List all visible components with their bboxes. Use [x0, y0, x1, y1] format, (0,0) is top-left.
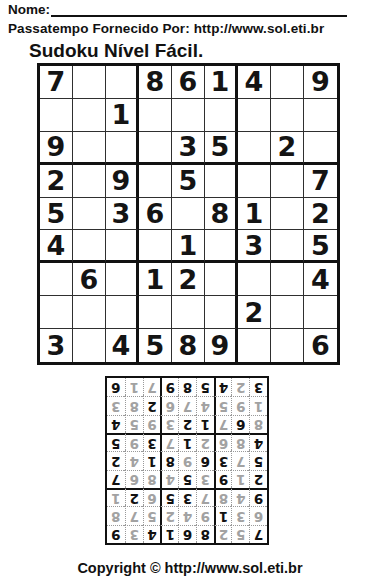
solution-cell-r2c3: 1: [214, 506, 232, 524]
puzzle-cell-r4c3[interactable]: 9: [106, 165, 139, 198]
sudoku-worksheet-page: Nome: Passatempo Fornecido Por: http://w…: [0, 0, 380, 585]
solution-cell-r8c8: 8: [125, 396, 143, 414]
puzzle-cell-r7c2[interactable]: 6: [73, 263, 106, 296]
puzzle-cell-r2c2[interactable]: [73, 99, 106, 132]
puzzle-cell-r6c5[interactable]: 1: [172, 230, 205, 263]
solution-cell-r1c7: 4: [143, 525, 161, 543]
puzzle-cell-r8c9[interactable]: [304, 296, 337, 329]
solution-cell-r9c3: 4: [214, 378, 232, 396]
puzzle-cell-r8c3[interactable]: [106, 296, 139, 329]
puzzle-cell-r8c6[interactable]: [205, 296, 238, 329]
solution-cell-r2c8: 7: [125, 506, 143, 524]
puzzle-cell-r8c5[interactable]: [172, 296, 205, 329]
puzzle-cell-r6c6[interactable]: [205, 230, 238, 263]
solution-cell-r4c5: 5: [178, 470, 196, 488]
copyright-text: Copyright © http://www.sol.eti.br: [0, 560, 380, 576]
puzzle-cell-r5c8[interactable]: [271, 198, 304, 231]
solution-cell-r1c5: 6: [178, 525, 196, 543]
puzzle-cell-r2c1[interactable]: [40, 99, 73, 132]
solution-cell-r3c1: 9: [249, 488, 267, 506]
solution-cell-r8c5: 7: [178, 396, 196, 414]
name-fill-line[interactable]: [51, 2, 347, 17]
puzzle-cell-r9c7[interactable]: [238, 329, 271, 362]
puzzle-cell-r6c2[interactable]: [73, 230, 106, 263]
puzzle-cell-r9c3[interactable]: 4: [106, 329, 139, 362]
solution-cell-r7c3: 7: [214, 415, 232, 433]
solution-cell-r1c1: 7: [249, 525, 267, 543]
solution-cell-r6c7: 3: [143, 433, 161, 451]
puzzle-cell-r9c1[interactable]: 3: [40, 329, 73, 362]
solution-cell-r7c5: 2: [178, 415, 196, 433]
puzzle-cell-r4c9[interactable]: 7: [304, 165, 337, 198]
puzzle-cell-r6c1[interactable]: 4: [40, 230, 73, 263]
puzzle-cell-r7c9[interactable]: 4: [304, 263, 337, 296]
puzzle-cell-r5c2[interactable]: [73, 198, 106, 231]
solution-cell-r4c1: 2: [249, 470, 267, 488]
puzzle-cell-r8c1[interactable]: [40, 296, 73, 329]
solution-cell-r8c9: 3: [107, 396, 125, 414]
solution-cell-r6c9: 5: [107, 433, 125, 451]
puzzle-cell-r3c6[interactable]: 5: [205, 132, 238, 165]
solution-cell-r5c8: 4: [125, 451, 143, 469]
puzzle-cell-r5c9[interactable]: 2: [304, 198, 337, 231]
solution-cell-r8c1: 1: [249, 396, 267, 414]
puzzle-cell-r6c7[interactable]: 3: [238, 230, 271, 263]
puzzle-cell-r3c4[interactable]: [139, 132, 172, 165]
solution-cell-r5c3: 3: [214, 451, 232, 469]
solution-cell-r2c2: 3: [231, 506, 249, 524]
puzzle-cell-r1c5[interactable]: 6: [172, 66, 205, 99]
solution-cell-r6c2: 8: [231, 433, 249, 451]
solution-cell-r9c8: 1: [125, 378, 143, 396]
solution-cell-r9c7: 7: [143, 378, 161, 396]
puzzle-cell-r1c6[interactable]: 1: [205, 66, 238, 99]
solution-cell-r4c4: 3: [196, 470, 214, 488]
solution-cell-r1c6: 1: [160, 525, 178, 543]
solution-cell-r3c4: 7: [196, 488, 214, 506]
solution-cell-r7c9: 4: [107, 415, 125, 433]
solution-cell-r9c2: 2: [231, 378, 249, 396]
puzzle-cell-r1c7[interactable]: 4: [238, 66, 271, 99]
puzzle-cell-r8c4[interactable]: [139, 296, 172, 329]
solution-cell-r1c4: 8: [196, 525, 214, 543]
solution-cell-r5c9: 2: [107, 451, 125, 469]
puzzle-cell-r9c2[interactable]: [73, 329, 106, 362]
puzzle-cell-r3c8[interactable]: 2: [271, 132, 304, 165]
puzzle-cell-r4c4[interactable]: [139, 165, 172, 198]
solution-cell-r5c4: 6: [196, 451, 214, 469]
puzzle-cell-r3c5[interactable]: 3: [172, 132, 205, 165]
puzzle-cell-r3c2[interactable]: [73, 132, 106, 165]
solution-cell-r8c6: 6: [160, 396, 178, 414]
puzzle-cell-r4c5[interactable]: 5: [172, 165, 205, 198]
solution-cell-r8c2: 9: [231, 396, 249, 414]
puzzle-cell-r1c2[interactable]: [73, 66, 106, 99]
solution-cell-r3c2: 4: [231, 488, 249, 506]
solution-cell-r6c8: 9: [125, 433, 143, 451]
puzzle-cell-r4c7[interactable]: [238, 165, 271, 198]
solution-cell-r8c7: 2: [143, 396, 161, 414]
solution-cell-r3c7: 6: [143, 488, 161, 506]
solution-cell-r6c3: 6: [214, 433, 232, 451]
puzzle-cell-r5c7[interactable]: 1: [238, 198, 271, 231]
solution-cell-r9c4: 5: [196, 378, 214, 396]
puzzle-cell-r7c5[interactable]: 2: [172, 263, 205, 296]
puzzle-cell-r9c8[interactable]: [271, 329, 304, 362]
name-row: Nome:: [8, 2, 347, 17]
solution-cell-r3c9: 1: [107, 488, 125, 506]
puzzle-cell-r2c6[interactable]: [205, 99, 238, 132]
solution-cell-r4c9: 7: [107, 470, 125, 488]
solution-cell-r9c5: 8: [178, 378, 196, 396]
solution-cell-r6c5: 1: [178, 433, 196, 451]
puzzle-cell-r7c6[interactable]: [205, 263, 238, 296]
sudoku-puzzle-grid: 786149193522957536812413561242345896: [37, 63, 340, 365]
solution-cell-r2c5: 4: [178, 506, 196, 524]
puzzle-cell-r2c9[interactable]: [304, 99, 337, 132]
solution-cell-r4c2: 1: [231, 470, 249, 488]
solution-cell-r9c9: 6: [107, 378, 125, 396]
solution-cell-r5c7: 1: [143, 451, 161, 469]
puzzle-cell-r3c7[interactable]: [238, 132, 271, 165]
solution-cell-r3c3: 8: [214, 488, 232, 506]
solution-cell-r5c1: 5: [249, 451, 267, 469]
puzzle-cell-r2c8[interactable]: [271, 99, 304, 132]
puzzle-cell-r5c6[interactable]: 8: [205, 198, 238, 231]
solution-cell-r1c8: 3: [125, 525, 143, 543]
puzzle-cell-r2c5[interactable]: [172, 99, 205, 132]
puzzle-cell-r7c4[interactable]: 1: [139, 263, 172, 296]
solution-cell-r2c6: 2: [160, 506, 178, 524]
puzzle-cell-r7c1[interactable]: [40, 263, 73, 296]
puzzle-cell-r4c8[interactable]: [271, 165, 304, 198]
solution-cell-r2c7: 5: [143, 506, 161, 524]
solution-cell-r5c5: 9: [178, 451, 196, 469]
puzzle-cell-r6c3[interactable]: [106, 230, 139, 263]
solution-cell-r2c4: 9: [196, 506, 214, 524]
solution-cell-r5c6: 8: [160, 451, 178, 469]
puzzle-cell-r7c8[interactable]: [271, 263, 304, 296]
solution-cell-r1c3: 2: [214, 525, 232, 543]
solution-cell-r7c6: 3: [160, 415, 178, 433]
solution-cell-r7c1: 8: [249, 415, 267, 433]
puzzle-cell-r5c3[interactable]: 3: [106, 198, 139, 231]
puzzle-cell-r9c5[interactable]: 8: [172, 329, 205, 362]
solution-cell-r4c8: 6: [125, 470, 143, 488]
solution-cell-r7c2: 6: [231, 415, 249, 433]
solution-cell-r1c2: 5: [231, 525, 249, 543]
solution-cell-r7c8: 5: [125, 415, 143, 433]
puzzle-cell-r3c1[interactable]: 9: [40, 132, 73, 165]
solution-cell-r3c6: 5: [160, 488, 178, 506]
puzzle-cell-r3c9[interactable]: [304, 132, 337, 165]
puzzle-cell-r2c3[interactable]: 1: [106, 99, 139, 132]
puzzle-cell-r6c9[interactable]: 5: [304, 230, 337, 263]
puzzle-cell-r5c5[interactable]: [172, 198, 205, 231]
puzzle-cell-r9c6[interactable]: 9: [205, 329, 238, 362]
puzzle-cell-r1c8[interactable]: [271, 66, 304, 99]
solution-cell-r6c6: 7: [160, 433, 178, 451]
solution-cell-r4c6: 4: [160, 470, 178, 488]
solution-cell-r3c5: 3: [178, 488, 196, 506]
solution-cell-r1c9: 9: [107, 525, 125, 543]
puzzle-cell-r4c2[interactable]: [73, 165, 106, 198]
solution-cell-r3c8: 2: [125, 488, 143, 506]
puzzle-cell-r1c4[interactable]: 8: [139, 66, 172, 99]
solution-cell-r6c4: 2: [196, 433, 214, 451]
solution-cell-r2c1: 6: [249, 506, 267, 524]
sudoku-solution-grid: 7528614396319425789487356212193548675736…: [105, 376, 269, 545]
puzzle-cell-r1c3[interactable]: [106, 66, 139, 99]
solution-cell-r9c1: 3: [249, 378, 267, 396]
puzzle-cell-r5c1[interactable]: 5: [40, 198, 73, 231]
puzzle-cell-r6c4[interactable]: [139, 230, 172, 263]
solution-cell-r8c3: 5: [214, 396, 232, 414]
puzzle-cell-r1c9[interactable]: 9: [304, 66, 337, 99]
name-label: Nome:: [8, 2, 50, 17]
puzzle-cell-r5c4[interactable]: 6: [139, 198, 172, 231]
solution-cell-r8c4: 4: [196, 396, 214, 414]
puzzle-cell-r8c2[interactable]: [73, 296, 106, 329]
puzzle-cell-r2c4[interactable]: [139, 99, 172, 132]
puzzle-cell-r1c1[interactable]: 7: [40, 66, 73, 99]
puzzle-cell-r8c7[interactable]: 2: [238, 296, 271, 329]
puzzle-cell-r3c3[interactable]: [106, 132, 139, 165]
solution-cell-r7c7: 9: [143, 415, 161, 433]
puzzle-cell-r7c7[interactable]: [238, 263, 271, 296]
puzzle-cell-r4c1[interactable]: 2: [40, 165, 73, 198]
solution-cell-r7c4: 1: [196, 415, 214, 433]
puzzle-cell-r9c9[interactable]: 6: [304, 329, 337, 362]
puzzle-cell-r2c7[interactable]: [238, 99, 271, 132]
page-title: Sudoku Nível Fácil.: [29, 40, 203, 62]
puzzle-cell-r4c6[interactable]: [205, 165, 238, 198]
puzzle-cell-r7c3[interactable]: [106, 263, 139, 296]
puzzle-cell-r6c8[interactable]: [271, 230, 304, 263]
solution-cell-r9c6: 9: [160, 378, 178, 396]
solution-cell-r4c3: 9: [214, 470, 232, 488]
solution-cell-r5c2: 7: [231, 451, 249, 469]
solution-cell-r6c1: 4: [249, 433, 267, 451]
puzzle-cell-r9c4[interactable]: 5: [139, 329, 172, 362]
solution-cell-r4c7: 8: [143, 470, 161, 488]
puzzle-cell-r8c8[interactable]: [271, 296, 304, 329]
provided-by-text: Passatempo Fornecido Por: http://www.sol…: [8, 21, 368, 36]
solution-cell-r2c9: 8: [107, 506, 125, 524]
